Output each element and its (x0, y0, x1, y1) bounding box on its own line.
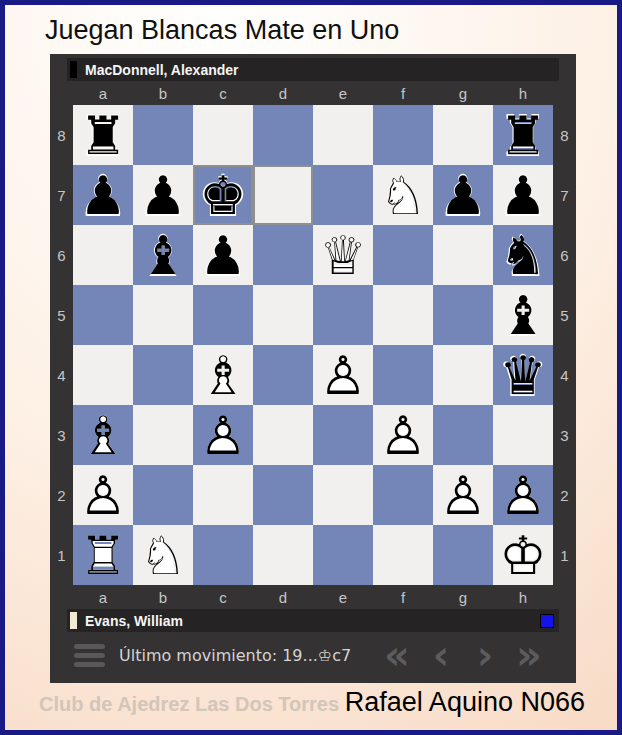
square-a1[interactable]: ♜♖ (73, 525, 133, 585)
piece-outline-layer: ♙ (493, 465, 553, 525)
square-c5[interactable] (193, 285, 253, 345)
piece-outline-layer: ♗ (73, 405, 133, 465)
piece-outline-layer: ♙ (73, 465, 133, 525)
file-labels-bottom: abcdefgh (73, 585, 553, 609)
piece-black-knight: ♞♞ (493, 225, 553, 285)
file-label-b: b (133, 585, 193, 609)
square-c4[interactable]: ♝♗ (193, 345, 253, 405)
square-d2[interactable] (253, 465, 313, 525)
player-bar-white: Evans, William (67, 609, 559, 632)
square-e8[interactable] (313, 105, 373, 165)
square-g3[interactable] (433, 405, 493, 465)
piece-white-queen: ♛♕ (313, 225, 373, 285)
player-name-white: Evans, William (85, 613, 183, 629)
piece-outline-layer: ♕ (313, 225, 373, 285)
piece-outline-layer: ♖ (73, 525, 133, 585)
file-label-c: c (193, 81, 253, 105)
square-h8[interactable]: ♜♜ (493, 105, 553, 165)
square-g7[interactable]: ♟♟ (433, 165, 493, 225)
square-e7[interactable] (313, 165, 373, 225)
piece-black-pawn: ♟♟ (433, 165, 493, 225)
square-c3[interactable]: ♟♙ (193, 405, 253, 465)
piece-outline-layer: ♞ (493, 225, 553, 285)
piece-outline-layer: ♙ (313, 345, 373, 405)
file-label-f: f (373, 585, 433, 609)
square-h4[interactable]: ♛♛ (493, 345, 553, 405)
nav-last-button[interactable]: » (510, 635, 548, 675)
rank-label-5: 5 (50, 285, 73, 345)
file-label-c: c (193, 585, 253, 609)
piece-black-pawn: ♟♟ (73, 165, 133, 225)
square-f1[interactable] (373, 525, 433, 585)
square-g6[interactable] (433, 225, 493, 285)
rank-label-8: 8 (553, 105, 576, 165)
page: Juegan Blancas Mate en Uno MacDonnell, A… (0, 0, 622, 735)
rank-label-4: 4 (553, 345, 576, 405)
piece-outline-layer: ♛ (493, 345, 553, 405)
file-label-f: f (373, 81, 433, 105)
rank-label-3: 3 (553, 405, 576, 465)
file-label-e: e (313, 585, 373, 609)
square-f4[interactable] (373, 345, 433, 405)
square-h2[interactable]: ♟♙ (493, 465, 553, 525)
square-a5[interactable] (73, 285, 133, 345)
player-name-black: MacDonnell, Alexander (85, 62, 239, 78)
nav-prev-button[interactable]: ‹ (422, 635, 460, 675)
rank-label-4: 4 (50, 345, 73, 405)
square-e4[interactable]: ♟♙ (313, 345, 373, 405)
square-e5[interactable] (313, 285, 373, 345)
author-label: Rafael Aquino N066 (345, 687, 585, 718)
square-h3[interactable] (493, 405, 553, 465)
square-d5[interactable] (253, 285, 313, 345)
piece-white-bishop: ♝♗ (73, 405, 133, 465)
piece-outline-layer: ♝ (133, 225, 193, 285)
square-d8[interactable] (253, 105, 313, 165)
piece-white-rook: ♜♖ (73, 525, 133, 585)
piece-white-pawn: ♟♙ (193, 405, 253, 465)
piece-outline-layer: ♗ (193, 345, 253, 405)
club-watermark: Club de Ajedrez Las Dos Torres (39, 693, 339, 716)
square-c2[interactable] (193, 465, 253, 525)
file-labels-top: abcdefgh (73, 81, 553, 105)
board-panel: MacDonnell, Alexander abcdefgh 87654321 … (50, 54, 576, 683)
rank-label-3: 3 (50, 405, 73, 465)
piece-white-knight: ♞♘ (373, 165, 433, 225)
square-b1[interactable]: ♞♘ (133, 525, 193, 585)
square-g4[interactable] (433, 345, 493, 405)
square-d4[interactable] (253, 345, 313, 405)
square-b7[interactable]: ♟♟ (133, 165, 193, 225)
rank-label-2: 2 (553, 465, 576, 525)
square-c6[interactable]: ♟♟ (193, 225, 253, 285)
square-a3[interactable]: ♝♗ (73, 405, 133, 465)
square-f2[interactable] (373, 465, 433, 525)
square-a8[interactable]: ♜♜ (73, 105, 133, 165)
piece-outline-layer: ♙ (373, 405, 433, 465)
square-b6[interactable]: ♝♝ (133, 225, 193, 285)
piece-outline-layer: ♙ (193, 405, 253, 465)
piece-outline-layer: ♜ (73, 105, 133, 165)
square-f8[interactable] (373, 105, 433, 165)
square-c1[interactable] (193, 525, 253, 585)
square-d6[interactable] (253, 225, 313, 285)
square-f7[interactable]: ♞♘ (373, 165, 433, 225)
piece-white-king: ♚♔ (493, 525, 553, 585)
black-color-indicator-icon (70, 61, 77, 78)
piece-outline-layer: ♟ (193, 225, 253, 285)
file-label-g: g (433, 585, 493, 609)
piece-outline-layer: ♟ (133, 165, 193, 225)
piece-black-queen: ♛♛ (493, 345, 553, 405)
piece-black-bishop: ♝♝ (493, 285, 553, 345)
rank-label-7: 7 (553, 165, 576, 225)
square-b3[interactable] (133, 405, 193, 465)
piece-outline-layer: ♜ (493, 105, 553, 165)
square-e3[interactable] (313, 405, 373, 465)
file-label-g: g (433, 81, 493, 105)
piece-black-pawn: ♟♟ (493, 165, 553, 225)
file-label-a: a (73, 585, 133, 609)
square-e1[interactable] (313, 525, 373, 585)
piece-white-pawn: ♟♙ (73, 465, 133, 525)
square-b4[interactable] (133, 345, 193, 405)
piece-outline-layer: ♔ (493, 525, 553, 585)
square-b8[interactable] (133, 105, 193, 165)
square-h5[interactable]: ♝♝ (493, 285, 553, 345)
file-label-d: d (253, 585, 313, 609)
piece-white-knight: ♞♘ (133, 525, 193, 585)
square-a6[interactable] (73, 225, 133, 285)
square-a7[interactable]: ♟♟ (73, 165, 133, 225)
piece-black-rook: ♜♜ (73, 105, 133, 165)
square-a2[interactable]: ♟♙ (73, 465, 133, 525)
move-controls-bar: Último movimiento: 19...♔c7 « ‹ › » (50, 632, 576, 678)
square-h7[interactable]: ♟♟ (493, 165, 553, 225)
square-b5[interactable] (133, 285, 193, 345)
piece-white-pawn: ♟♙ (313, 345, 373, 405)
rank-labels-right: 87654321 (553, 105, 576, 585)
menu-icon[interactable] (74, 644, 105, 667)
rank-label-6: 6 (50, 225, 73, 285)
piece-black-bishop: ♝♝ (133, 225, 193, 285)
piece-outline-layer: ♝ (493, 285, 553, 345)
piece-outline-layer: ♟ (433, 165, 493, 225)
chess-board: ♜♜♜♜♟♟♟♟♚♚♞♘♟♟♟♟♝♝♟♟♛♕♞♞♝♝♝♗♟♙♛♛♝♗♟♙♟♙♟♙… (73, 105, 553, 585)
piece-outline-layer: ♟ (493, 165, 553, 225)
piece-black-rook: ♜♜ (493, 105, 553, 165)
file-label-e: e (313, 81, 373, 105)
square-f5[interactable] (373, 285, 433, 345)
player-bar-black: MacDonnell, Alexander (67, 58, 559, 81)
piece-outline-layer: ♟ (73, 165, 133, 225)
square-f6[interactable] (373, 225, 433, 285)
piece-black-king: ♚♚ (193, 165, 253, 225)
piece-black-pawn: ♟♟ (193, 225, 253, 285)
square-e6[interactable]: ♛♕ (313, 225, 373, 285)
square-d7[interactable] (253, 165, 313, 225)
rank-label-1: 1 (50, 525, 73, 585)
page-title: Juegan Blancas Mate en Uno (45, 15, 399, 46)
piece-white-pawn: ♟♙ (433, 465, 493, 525)
last-move-label: Último movimiento: 19...♔c7 (119, 646, 351, 665)
square-d1[interactable] (253, 525, 313, 585)
piece-white-pawn: ♟♙ (493, 465, 553, 525)
piece-white-pawn: ♟♙ (373, 405, 433, 465)
square-a4[interactable] (73, 345, 133, 405)
square-g2[interactable]: ♟♙ (433, 465, 493, 525)
square-e2[interactable] (313, 465, 373, 525)
board-area: 87654321 ♜♜♜♜♟♟♟♟♚♚♞♘♟♟♟♟♝♝♟♟♛♕♞♞♝♝♝♗♟♙♛… (50, 105, 576, 585)
rank-label-6: 6 (553, 225, 576, 285)
piece-white-bishop: ♝♗ (193, 345, 253, 405)
square-c7[interactable]: ♚♚ (193, 165, 253, 225)
rank-label-2: 2 (50, 465, 73, 525)
piece-black-pawn: ♟♟ (133, 165, 193, 225)
rank-label-5: 5 (553, 285, 576, 345)
file-label-d: d (253, 81, 313, 105)
square-g1[interactable] (433, 525, 493, 585)
rank-label-1: 1 (553, 525, 576, 585)
square-h1[interactable]: ♚♔ (493, 525, 553, 585)
square-c8[interactable] (193, 105, 253, 165)
piece-outline-layer: ♚ (193, 165, 253, 225)
piece-outline-layer: ♘ (133, 525, 193, 585)
square-f3[interactable]: ♟♙ (373, 405, 433, 465)
square-g5[interactable] (433, 285, 493, 345)
square-b2[interactable] (133, 465, 193, 525)
turn-indicator (540, 614, 554, 628)
piece-outline-layer: ♘ (373, 165, 433, 225)
file-label-b: b (133, 81, 193, 105)
nav-buttons: « ‹ › » (378, 635, 548, 675)
square-g8[interactable] (433, 105, 493, 165)
nav-next-button[interactable]: › (466, 635, 504, 675)
square-h6[interactable]: ♞♞ (493, 225, 553, 285)
square-d3[interactable] (253, 405, 313, 465)
nav-first-button[interactable]: « (378, 635, 416, 675)
file-label-h: h (493, 585, 553, 609)
white-color-indicator-icon (70, 612, 77, 629)
piece-outline-layer: ♙ (433, 465, 493, 525)
